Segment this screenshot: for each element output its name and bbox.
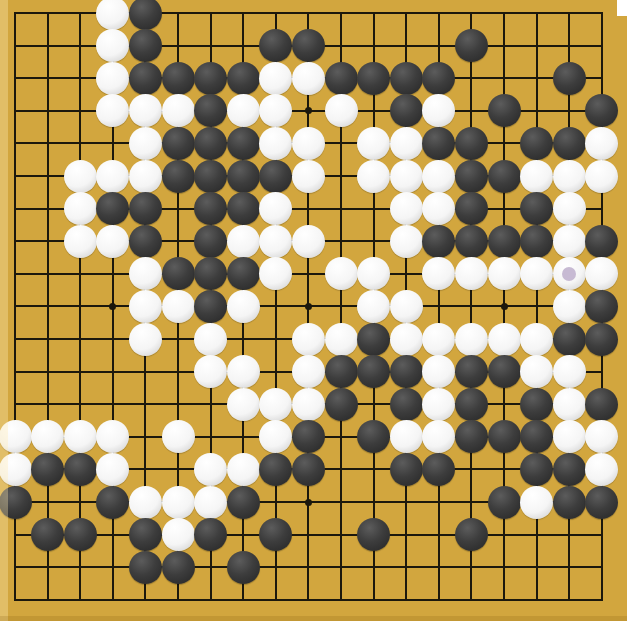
grid-line-horizontal: [14, 599, 603, 601]
black-stone: [390, 62, 423, 95]
black-stone: [553, 486, 586, 519]
white-stone: [259, 94, 292, 127]
white-stone: [520, 160, 553, 193]
black-stone: [390, 94, 423, 127]
white-stone: [357, 127, 390, 160]
black-stone: [162, 160, 195, 193]
white-stone: [553, 192, 586, 225]
white-stone: [520, 355, 553, 388]
black-stone: [129, 29, 162, 62]
white-stone: [129, 323, 162, 356]
white-stone: [553, 420, 586, 453]
black-stone: [422, 127, 455, 160]
black-stone: [585, 290, 618, 323]
black-stone: [194, 127, 227, 160]
black-stone: [194, 290, 227, 323]
black-stone: [455, 420, 488, 453]
white-stone: [585, 127, 618, 160]
white-stone: [194, 355, 227, 388]
white-stone: [325, 94, 358, 127]
black-stone: [455, 388, 488, 421]
black-stone: [162, 62, 195, 95]
white-stone: [520, 486, 553, 519]
white-stone: [553, 290, 586, 323]
white-stone: [455, 257, 488, 290]
black-stone: [488, 225, 521, 258]
black-stone: [553, 453, 586, 486]
black-stone: [422, 225, 455, 258]
white-stone: [292, 388, 325, 421]
black-stone: [96, 486, 129, 519]
black-stone: [488, 94, 521, 127]
black-stone: [390, 355, 423, 388]
white-stone: [357, 290, 390, 323]
black-stone: [520, 192, 553, 225]
black-stone: [357, 62, 390, 95]
black-stone: [422, 453, 455, 486]
black-stone: [455, 29, 488, 62]
white-stone: [96, 160, 129, 193]
white-stone: [520, 257, 553, 290]
white-stone: [357, 257, 390, 290]
black-stone: [227, 192, 260, 225]
black-stone: [585, 388, 618, 421]
white-stone: [422, 192, 455, 225]
white-stone: [259, 127, 292, 160]
star-point: [305, 303, 312, 310]
black-stone: [259, 518, 292, 551]
black-stone: [129, 518, 162, 551]
white-stone: [194, 453, 227, 486]
grid-line-vertical: [470, 12, 472, 601]
black-stone: [259, 29, 292, 62]
white-stone: [0, 453, 32, 486]
white-stone: [455, 323, 488, 356]
white-stone: [259, 225, 292, 258]
black-stone: [64, 518, 97, 551]
white-stone: [129, 486, 162, 519]
black-stone: [129, 225, 162, 258]
white-stone: [162, 518, 195, 551]
white-stone: [227, 290, 260, 323]
black-stone: [194, 192, 227, 225]
white-stone: [390, 290, 423, 323]
white-stone: [553, 355, 586, 388]
white-stone: [325, 323, 358, 356]
white-stone: [227, 225, 260, 258]
white-stone: [0, 420, 32, 453]
white-stone: [390, 192, 423, 225]
black-stone: [162, 257, 195, 290]
black-stone: [553, 62, 586, 95]
black-stone: [357, 323, 390, 356]
white-stone: [292, 323, 325, 356]
go-board[interactable]: [0, 0, 627, 621]
white-stone: [390, 127, 423, 160]
black-stone: [520, 420, 553, 453]
black-stone: [585, 225, 618, 258]
star-point: [305, 499, 312, 506]
white-stone: [64, 225, 97, 258]
white-stone: [162, 290, 195, 323]
black-stone: [96, 192, 129, 225]
white-stone: [96, 94, 129, 127]
black-stone: [325, 355, 358, 388]
black-stone: [194, 160, 227, 193]
black-stone: [64, 453, 97, 486]
black-stone: [357, 420, 390, 453]
black-stone: [259, 160, 292, 193]
black-stone: [520, 388, 553, 421]
white-stone: [64, 192, 97, 225]
black-stone: [31, 518, 64, 551]
white-stone: [488, 257, 521, 290]
white-stone: [259, 420, 292, 453]
white-stone: [194, 323, 227, 356]
black-stone: [455, 518, 488, 551]
black-stone: [390, 453, 423, 486]
white-stone: [390, 225, 423, 258]
white-stone: [96, 0, 129, 30]
black-stone: [455, 192, 488, 225]
white-stone: [390, 420, 423, 453]
black-stone: [357, 355, 390, 388]
white-stone: [422, 388, 455, 421]
white-stone: [585, 257, 618, 290]
black-stone: [194, 94, 227, 127]
white-stone: [422, 355, 455, 388]
black-stone: [488, 355, 521, 388]
white-stone: [227, 355, 260, 388]
black-stone: [455, 225, 488, 258]
white-stone: [292, 160, 325, 193]
black-stone: [585, 486, 618, 519]
white-stone: [553, 160, 586, 193]
black-stone: [422, 62, 455, 95]
black-stone: [488, 420, 521, 453]
white-stone: [129, 127, 162, 160]
black-stone: [259, 453, 292, 486]
black-stone: [227, 551, 260, 584]
white-stone: [259, 388, 292, 421]
white-stone: [129, 257, 162, 290]
black-stone: [553, 127, 586, 160]
white-stone: [325, 257, 358, 290]
white-stone: [194, 486, 227, 519]
white-stone: [31, 420, 64, 453]
white-stone: [259, 192, 292, 225]
black-stone: [129, 0, 162, 30]
white-stone: [585, 453, 618, 486]
white-stone: [357, 160, 390, 193]
white-stone: [162, 420, 195, 453]
last-move-marker: [562, 267, 576, 281]
black-stone: [455, 160, 488, 193]
black-stone: [325, 388, 358, 421]
black-stone: [129, 62, 162, 95]
white-stone: [292, 127, 325, 160]
black-stone: [292, 29, 325, 62]
white-stone: [292, 355, 325, 388]
black-stone: [227, 127, 260, 160]
white-stone: [259, 62, 292, 95]
black-stone: [227, 257, 260, 290]
star-point: [109, 303, 116, 310]
white-stone: [390, 323, 423, 356]
star-point: [501, 303, 508, 310]
white-stone: [422, 160, 455, 193]
white-stone: [422, 94, 455, 127]
black-stone: [488, 160, 521, 193]
black-stone: [325, 62, 358, 95]
white-stone: [259, 257, 292, 290]
white-stone: [422, 420, 455, 453]
black-stone: [520, 225, 553, 258]
white-stone: [422, 257, 455, 290]
black-stone: [194, 518, 227, 551]
white-stone: [96, 225, 129, 258]
black-stone: [0, 486, 32, 519]
black-stone: [162, 127, 195, 160]
black-stone: [227, 486, 260, 519]
white-stone: [227, 388, 260, 421]
black-stone: [194, 62, 227, 95]
white-stone: [96, 62, 129, 95]
white-stone: [585, 160, 618, 193]
white-stone: [96, 29, 129, 62]
black-stone: [129, 551, 162, 584]
black-stone: [455, 355, 488, 388]
black-stone: [194, 225, 227, 258]
black-stone: [292, 453, 325, 486]
white-stone: [422, 323, 455, 356]
white-stone: [162, 94, 195, 127]
white-stone: [129, 94, 162, 127]
black-stone: [488, 486, 521, 519]
white-stone: [227, 94, 260, 127]
white-stone: [129, 290, 162, 323]
black-stone: [520, 127, 553, 160]
black-stone: [194, 257, 227, 290]
black-stone: [520, 453, 553, 486]
go-board-screenshot: [0, 0, 627, 621]
white-stone: [64, 160, 97, 193]
black-stone: [162, 551, 195, 584]
white-stone: [488, 323, 521, 356]
black-stone: [553, 323, 586, 356]
white-stone: [96, 420, 129, 453]
black-stone: [390, 388, 423, 421]
black-stone: [455, 127, 488, 160]
black-stone: [227, 62, 260, 95]
white-stone: [292, 62, 325, 95]
black-stone: [31, 453, 64, 486]
star-point: [305, 107, 312, 114]
white-stone: [553, 388, 586, 421]
white-stone: [553, 225, 586, 258]
black-stone: [585, 94, 618, 127]
white-stone: [227, 453, 260, 486]
black-stone: [227, 160, 260, 193]
black-stone: [357, 518, 390, 551]
black-stone: [129, 192, 162, 225]
white-stone: [129, 160, 162, 193]
white-stone: [162, 486, 195, 519]
black-stone: [585, 323, 618, 356]
grid-line-horizontal: [14, 566, 603, 568]
white-stone: [390, 160, 423, 193]
white-stone: [292, 225, 325, 258]
white-stone: [520, 323, 553, 356]
grid-line-horizontal: [14, 534, 603, 536]
white-stone: [585, 420, 618, 453]
white-stone: [64, 420, 97, 453]
white-stone: [96, 453, 129, 486]
black-stone: [292, 420, 325, 453]
